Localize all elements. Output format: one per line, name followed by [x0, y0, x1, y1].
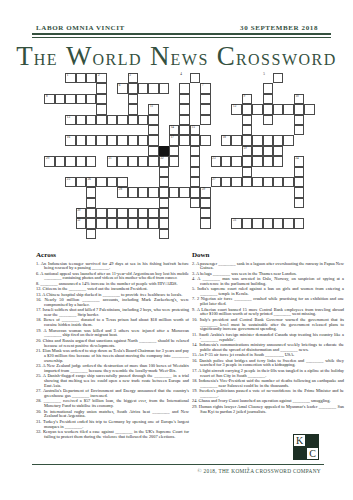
grid-cell[interactable]	[107, 177, 117, 187]
grid-cell[interactable]: 30	[76, 208, 86, 218]
grid-cell[interactable]	[117, 218, 127, 228]
grid-cell[interactable]: 2	[96, 73, 106, 83]
grid-cell[interactable]	[138, 115, 148, 125]
grid-void	[252, 229, 262, 239]
grid-cell[interactable]	[283, 104, 293, 114]
grid-void	[138, 73, 148, 83]
grid-cell[interactable]	[263, 156, 273, 166]
grid-void	[34, 115, 44, 125]
down-clue: 18. Indonesia's Vice-President said the …	[192, 379, 344, 389]
grid-cell[interactable]	[138, 218, 148, 228]
grid-cell[interactable]	[179, 135, 189, 145]
grid-cell[interactable]	[190, 198, 200, 208]
grid-void	[117, 229, 127, 239]
grid-cell[interactable]	[242, 167, 252, 177]
grid-cell[interactable]	[200, 208, 210, 218]
grid-void	[263, 198, 273, 208]
grid-void	[179, 156, 189, 166]
grid-void	[65, 104, 75, 114]
grid-cell[interactable]	[86, 135, 96, 145]
clue-text: A Danish-flagged cargo ship successfully…	[43, 373, 189, 388]
grid-void	[263, 125, 273, 135]
down-clue: 2. A passenger ________ sank in a lagoon…	[192, 262, 344, 272]
grid-cell[interactable]	[86, 115, 96, 125]
grid-cell[interactable]	[200, 94, 210, 104]
grid-void	[200, 156, 210, 166]
grid-cell[interactable]	[179, 104, 189, 114]
grid-cell[interactable]	[294, 125, 304, 135]
grid-cell[interactable]	[96, 83, 106, 93]
grid-void	[86, 167, 96, 177]
grid-void	[252, 187, 262, 197]
grid-cell[interactable]	[221, 156, 231, 166]
grid-cell[interactable]	[148, 156, 158, 166]
clue-num-label: 29.	[192, 404, 199, 409]
grid-cell[interactable]: 29	[200, 187, 210, 197]
grid-void	[65, 208, 75, 218]
grid-cell[interactable]	[117, 115, 127, 125]
grid-cell[interactable]: 11	[148, 104, 158, 114]
grid-cell[interactable]: 13	[65, 115, 75, 125]
grid-cell[interactable]	[159, 83, 169, 93]
grid-cell[interactable]	[117, 156, 127, 166]
grid-void	[159, 135, 169, 145]
grid-cell[interactable]	[273, 177, 283, 187]
grid-cell[interactable]	[283, 218, 293, 228]
grid-cell[interactable]	[179, 125, 189, 135]
grid-cell[interactable]: 15	[190, 125, 200, 135]
grid-cell[interactable]: 31	[231, 218, 241, 228]
grid-cell[interactable]: 6	[117, 83, 127, 93]
grid-cell[interactable]	[242, 135, 252, 145]
grid-cell[interactable]	[190, 73, 200, 83]
grid-cell[interactable]	[138, 135, 148, 145]
grid-void: 4	[179, 73, 189, 83]
grid-cell[interactable]	[107, 218, 117, 228]
grid-void	[169, 198, 179, 208]
grid-cell[interactable]	[242, 218, 252, 228]
grid-cell[interactable]: 14	[169, 125, 179, 135]
clue-text: In international rugby union matches, So…	[44, 409, 189, 419]
grid-void	[169, 177, 179, 187]
grid-void	[44, 187, 54, 197]
grid-void	[138, 146, 148, 156]
clue-text: Danish police shut bridges and ferry lin…	[199, 358, 344, 368]
grid-void	[221, 83, 231, 93]
grid-void	[179, 146, 189, 156]
grid-void	[55, 208, 65, 218]
grid-cell[interactable]	[263, 115, 273, 125]
clue-text: India's supreme court ruled against a ba…	[197, 286, 344, 296]
grid-void	[117, 94, 127, 104]
grid-cell[interactable]	[96, 94, 106, 104]
grid-cell[interactable]	[55, 156, 65, 166]
grid-cell[interactable]: 8	[44, 94, 54, 104]
grid-cell[interactable]	[86, 208, 96, 218]
grid-cell[interactable]	[200, 135, 210, 145]
grid-cell[interactable]: 27	[211, 177, 221, 187]
clue-text: Sweden's politicians passed a vote of no…	[199, 388, 344, 398]
grid-void	[231, 94, 241, 104]
grid-cell[interactable]	[294, 115, 304, 125]
grid-cell[interactable]	[65, 156, 75, 166]
grid-cell[interactable]	[273, 73, 283, 83]
grid-cell[interactable]	[263, 177, 273, 187]
clue-text: A light aircraft carrying 2 people in th…	[198, 368, 344, 378]
grid-cell[interactable]	[242, 156, 252, 166]
grid-cell[interactable]	[263, 83, 273, 93]
clue-num-label: 10.	[192, 317, 200, 322]
grid-cell[interactable]	[304, 104, 314, 114]
grid-void	[44, 104, 54, 114]
grid-cell[interactable]	[128, 208, 138, 218]
grid-void	[190, 229, 200, 239]
newspaper-page: LABOR OMNIA VINCIT 30 SEPTEMBER 2018 THE…	[0, 0, 353, 500]
grid-void	[159, 73, 169, 83]
masthead-date: 30 SEPTEMBER 2018	[240, 24, 318, 32]
grid-cell[interactable]	[128, 104, 138, 114]
grid-cell[interactable]	[252, 156, 262, 166]
grid-cell[interactable]	[252, 135, 262, 145]
grid-cell[interactable]	[190, 146, 200, 156]
grid-void	[107, 104, 117, 114]
clue-num-label: 19.	[192, 388, 199, 393]
grid-cell[interactable]	[294, 187, 304, 197]
grid-cell[interactable]: 24	[294, 156, 304, 166]
grid-cell[interactable]: 9	[242, 94, 252, 104]
grid-cell[interactable]	[242, 177, 252, 187]
grid-cell[interactable]	[107, 208, 117, 218]
grid-cell[interactable]	[96, 208, 106, 218]
grid-cell[interactable]	[169, 187, 179, 197]
grid-cell[interactable]	[96, 218, 106, 228]
logo-dark-square	[293, 447, 306, 460]
grid-cell[interactable]	[86, 94, 96, 104]
grid-cell[interactable]	[76, 73, 86, 83]
page-title: THEWORLDNEWSCROSSWORD	[0, 41, 353, 72]
grid-cell[interactable]	[76, 135, 86, 145]
grid-cell[interactable]: 17	[169, 135, 179, 145]
grid-cell[interactable]	[138, 83, 148, 93]
grid-cell[interactable]	[242, 125, 252, 135]
grid-cell[interactable]: 16	[65, 135, 75, 145]
grid-cell[interactable]: 26	[86, 177, 96, 187]
grid-cell[interactable]	[263, 94, 273, 104]
grid-cell[interactable]: 3	[128, 73, 138, 83]
grid-cell[interactable]	[190, 177, 200, 187]
grid-cell[interactable]	[117, 177, 127, 187]
grid-cell[interactable]	[273, 156, 283, 166]
grid-cell[interactable]	[273, 218, 283, 228]
grid-cell[interactable]	[86, 73, 96, 83]
grid-cell[interactable]	[200, 115, 210, 125]
grid-cell[interactable]	[76, 177, 86, 187]
grid-cell[interactable]	[76, 156, 86, 166]
grid-cell[interactable]	[294, 104, 304, 114]
grid-cell[interactable]	[55, 94, 65, 104]
grid-cell[interactable]	[159, 177, 169, 187]
grid-cell[interactable]	[117, 208, 127, 218]
grid-cell[interactable]	[148, 83, 158, 93]
down-clue: 29. Human rights lawyer Amal Clooney app…	[192, 405, 344, 415]
grid-cell[interactable]	[283, 135, 293, 145]
grid-void	[221, 125, 231, 135]
clue-number: 13	[67, 116, 70, 119]
clue-number: 16	[67, 136, 70, 139]
grid-void	[55, 115, 65, 125]
grid-void	[55, 83, 65, 93]
clue-number: 24	[295, 157, 298, 160]
grid-cell[interactable]	[159, 187, 169, 197]
grid-cell[interactable]	[179, 187, 189, 197]
grid-cell[interactable]: 21	[107, 156, 117, 166]
grid-cell[interactable]: 22	[159, 156, 169, 166]
grid-cell[interactable]	[294, 167, 304, 177]
grid-void	[231, 125, 241, 135]
grid-cell[interactable]	[128, 94, 138, 104]
clue-number: 9	[244, 95, 246, 98]
grid-void	[44, 198, 54, 208]
grid-cell[interactable]	[190, 187, 200, 197]
grid-cell[interactable]: 19	[242, 146, 252, 156]
grid-cell[interactable]	[252, 146, 262, 156]
grid-cell[interactable]	[159, 198, 169, 208]
across-clue: 16. Nearly 50 million ________ accounts,…	[36, 298, 189, 308]
across-clues: Across 1. An Indonesian teenager survive…	[36, 251, 189, 440]
grid-void	[283, 115, 293, 125]
grid-cell[interactable]	[273, 135, 283, 145]
grid-cell[interactable]	[169, 146, 179, 156]
grid-void	[304, 156, 314, 166]
grid-cell[interactable]	[231, 177, 241, 187]
grid-cell[interactable]	[65, 94, 75, 104]
grid-void	[273, 167, 283, 177]
grid-cell[interactable]	[148, 218, 158, 228]
grid-cell[interactable]	[128, 187, 138, 197]
grid-cell[interactable]	[242, 115, 252, 125]
grid-cell[interactable]	[263, 218, 273, 228]
grid-cell[interactable]	[231, 156, 241, 166]
grid-cell[interactable]	[159, 229, 169, 239]
grid-void	[211, 135, 221, 145]
grid-cell[interactable]	[273, 146, 283, 156]
grid-cell[interactable]	[231, 135, 241, 145]
grid-cell[interactable]	[148, 146, 158, 156]
grid-cell[interactable]	[179, 83, 189, 93]
grid-cell[interactable]	[190, 167, 200, 177]
grid-cell[interactable]: 1	[65, 73, 75, 83]
grid-cell[interactable]	[252, 218, 262, 228]
clue-text: Indonesia's communications ministry anno…	[199, 342, 344, 352]
grid-void	[242, 229, 252, 239]
grid-void	[221, 167, 231, 177]
grid-void	[96, 125, 106, 135]
grid-cell[interactable]	[128, 83, 138, 93]
grid-cell[interactable]	[128, 135, 138, 145]
grid-void	[179, 167, 189, 177]
grid-void	[179, 218, 189, 228]
grid-cell[interactable]	[252, 104, 262, 114]
grid-void	[148, 73, 158, 83]
clue-text: Turkey's President ended his trip to Ger…	[43, 419, 189, 429]
grid-void	[169, 115, 179, 125]
grid-cell[interactable]	[148, 187, 158, 197]
across-clue: 32. Kenyan tea workers filed a case agai…	[36, 430, 189, 440]
grid-cell[interactable]	[128, 218, 138, 228]
grid-void	[304, 135, 314, 145]
grid-void	[65, 146, 75, 156]
grid-void	[211, 167, 221, 177]
grid-cell[interactable]	[159, 167, 169, 177]
grid-cell[interactable]: 23	[211, 156, 221, 166]
grid-cell[interactable]	[86, 218, 96, 228]
grid-cell[interactable]	[86, 187, 96, 197]
grid-void	[283, 146, 293, 156]
grid-cell[interactable]	[200, 218, 210, 228]
grid-cell[interactable]	[263, 146, 273, 156]
grid-void	[242, 187, 252, 197]
grid-void	[138, 229, 148, 239]
down-clue: 4. A ________ man was arrested in Oslo, …	[192, 277, 344, 287]
grid-cell[interactable]	[107, 115, 117, 125]
grid-cell[interactable]	[148, 125, 158, 135]
grid-cell[interactable]: 18	[221, 135, 231, 145]
grid-void	[221, 94, 231, 104]
grid-void	[283, 167, 293, 177]
grid-void	[169, 83, 179, 93]
grid-cell[interactable]	[273, 104, 283, 114]
grid-cell[interactable]	[86, 156, 96, 166]
grid-cell[interactable]	[96, 104, 106, 114]
grid-cell[interactable]: 20	[44, 156, 54, 166]
grid-cell[interactable]	[128, 156, 138, 166]
grid-cell[interactable]	[242, 104, 252, 114]
grid-cell[interactable]	[96, 135, 106, 145]
clue-text: Italy's president and Central Bank Gover…	[200, 317, 344, 332]
clue-text: An Indonesian teenager survived for 49 d…	[41, 261, 189, 271]
across-clue: 28. ________ received a $57 billion loan…	[36, 399, 189, 409]
grid-cell[interactable]	[283, 177, 293, 187]
grid-cell[interactable]	[294, 198, 304, 208]
grid-void	[221, 104, 231, 114]
grid-cell[interactable]	[200, 198, 210, 208]
grid-cell[interactable]	[190, 135, 200, 145]
grid-cell[interactable]	[179, 115, 189, 125]
grid-void	[263, 229, 273, 239]
grid-void	[315, 218, 325, 228]
grid-void	[34, 104, 44, 114]
grid-void	[273, 125, 283, 135]
clue-num-label: 31.	[36, 419, 43, 424]
down-clue: 19. Sweden's politicians passed a vote o…	[192, 389, 344, 399]
grid-cell[interactable]	[159, 218, 169, 228]
down-list: 2. A passenger ________ sank in a lagoon…	[192, 262, 344, 415]
down-clue: 11. Saudi Arabia's foreign minister dema…	[192, 333, 344, 343]
clue-text: Kenyan tea workers filed a case against …	[43, 429, 189, 439]
grid-cell[interactable]	[117, 135, 127, 145]
grid-cell[interactable]	[86, 229, 96, 239]
grid-void	[221, 146, 231, 156]
grid-void	[55, 229, 65, 239]
clue-text: A New Zealand judge ordered the destruct…	[43, 363, 189, 373]
clue-number: 25	[67, 178, 70, 181]
grid-void	[34, 135, 44, 145]
grid-void	[304, 229, 314, 239]
grid-void	[76, 146, 86, 156]
grid-void	[55, 73, 65, 83]
grid-cell[interactable]	[294, 177, 304, 187]
grid-cell[interactable]	[138, 208, 148, 218]
grid-cell[interactable]	[138, 156, 148, 166]
grid-cell[interactable]	[148, 135, 158, 145]
clue-text: Human rights lawyer Amal Clooney appeale…	[199, 404, 344, 414]
grid-cell[interactable]: 7	[200, 83, 210, 93]
grid-cell[interactable]	[190, 156, 200, 166]
grid-cell[interactable]	[86, 198, 96, 208]
grid-cell[interactable]: 10	[294, 94, 304, 104]
grid-cell[interactable]: 25	[65, 177, 75, 187]
grid-cell[interactable]	[159, 208, 169, 218]
grid-cell[interactable]	[107, 135, 117, 145]
grid-void	[128, 177, 138, 187]
grid-void	[200, 167, 210, 177]
logo-letter-k: K	[293, 434, 306, 447]
across-clue: 17. Israeli soldiers shot and killed 7 P…	[36, 308, 189, 318]
grid-void	[76, 125, 86, 135]
grid-cell[interactable]	[76, 94, 86, 104]
grid-void	[242, 83, 252, 93]
clue-text: Israeli soldiers shot and killed 7 Pales…	[43, 307, 189, 317]
clue-text: Saudi Arabia's foreign minister demanded…	[199, 332, 344, 342]
grid-cell[interactable]	[200, 104, 210, 114]
grid-void	[179, 208, 189, 218]
grid-cell[interactable]	[96, 115, 106, 125]
grid-cell[interactable]	[96, 177, 106, 187]
grid-void	[252, 83, 262, 93]
across-clue: 6. A national appeal was launched after …	[36, 272, 189, 282]
grid-cell[interactable]	[138, 187, 148, 197]
grid-cell[interactable]	[252, 177, 262, 187]
grid-cell[interactable]: 28	[117, 187, 127, 197]
grid-void	[55, 146, 65, 156]
grid-cell[interactable]: 12	[231, 104, 241, 114]
clue-number: 3	[129, 74, 131, 77]
grid-void	[315, 167, 325, 177]
grid-void	[148, 167, 158, 177]
clue-number: 1	[67, 74, 69, 77]
grid-cell[interactable]	[294, 218, 304, 228]
grid-void	[221, 198, 231, 208]
grid-cell[interactable]	[128, 115, 138, 125]
grid-cell[interactable]	[148, 208, 158, 218]
grid-cell[interactable]	[169, 156, 179, 166]
grid-cell[interactable]	[263, 104, 273, 114]
grid-cell[interactable]: 32	[76, 218, 86, 228]
grid-cell[interactable]	[221, 177, 231, 187]
grid-void	[283, 125, 293, 135]
clue-text: China and Russia argued that sanctions a…	[43, 338, 189, 348]
grid-cell[interactable]	[179, 94, 189, 104]
grid-void	[200, 73, 210, 83]
grid-cell[interactable]	[76, 115, 86, 125]
grid-void	[221, 115, 231, 125]
grid-void	[117, 73, 127, 83]
grid-cell[interactable]	[263, 135, 273, 145]
clue-number: 7	[202, 84, 204, 87]
clue-text: A national appeal was launched after an …	[40, 271, 189, 281]
grid-void	[34, 198, 44, 208]
grid-cell[interactable]	[148, 115, 158, 125]
